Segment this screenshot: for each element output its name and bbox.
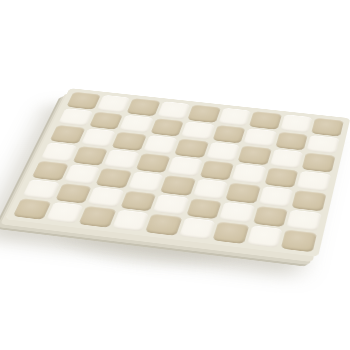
board-cell [46,202,84,224]
board-cell [264,167,298,187]
board-cell [218,108,251,126]
board-cell [219,202,255,224]
board-cell [58,108,93,126]
board-cell [199,160,234,180]
board-cell [253,206,289,228]
board-cell [249,111,282,130]
board-cell [112,210,149,232]
board-cell [312,118,344,137]
board-cell [275,131,308,150]
board-cell [307,135,340,154]
board-cell [213,222,249,244]
photo-background [0,0,350,350]
board-cell [153,194,189,215]
board-cell [179,218,216,240]
board-cell [181,121,215,140]
board-cell [186,198,222,220]
board-cell [206,142,240,162]
board-cell [55,183,92,204]
board-cell [297,171,331,192]
board-cell [96,95,130,113]
board-cell [174,139,208,159]
board-cell [96,168,132,189]
board-cell [143,135,178,154]
board-cell [188,104,221,122]
board-cell [104,149,140,169]
board-cell [270,149,304,169]
board-cell [145,214,182,236]
board-cell [64,164,101,184]
board-cell [66,92,100,110]
board-cell [87,186,124,207]
board-cell [72,146,108,166]
board-cell [32,160,69,180]
board-cell [112,132,147,151]
board-cell [135,153,170,173]
board-cell [157,101,191,119]
board-cell [238,146,272,166]
board-cell [212,125,246,144]
board-cell [281,230,317,253]
board-cell [287,209,322,231]
board-cell [280,114,313,133]
board-cell [119,115,153,134]
board-cell [89,111,124,130]
board-cell [79,206,117,228]
board-cell [41,142,77,162]
board-cell [193,179,228,200]
board-cell [80,128,115,147]
board-cell [22,179,59,200]
board-cell [292,190,327,211]
board-cell [13,198,51,220]
board-cell [127,98,161,116]
board-cell [226,182,261,203]
board-cell [50,125,85,144]
board-cell [247,226,283,249]
board-cell [128,171,164,192]
board-cell [302,153,335,173]
board-cell [232,164,267,184]
board-cell [167,157,202,177]
board-cell [259,186,294,207]
board-cell [120,190,157,211]
board-cell [244,128,277,147]
board-cell [160,175,196,196]
board-cell [150,118,184,137]
